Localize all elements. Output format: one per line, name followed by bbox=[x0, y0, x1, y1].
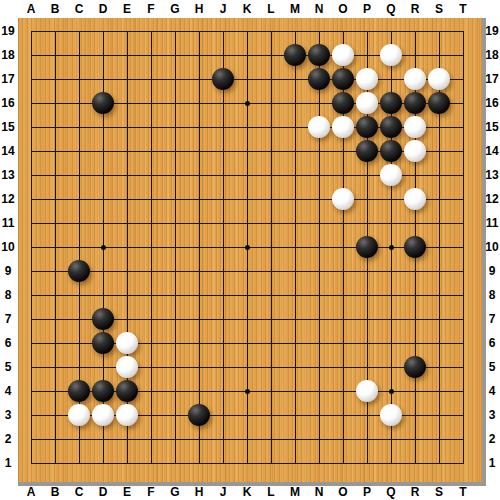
black-stone-P14[interactable] bbox=[356, 140, 378, 162]
white-stone-E5[interactable] bbox=[116, 356, 138, 378]
black-stone-D4[interactable] bbox=[92, 380, 114, 402]
black-stone-P10[interactable] bbox=[356, 236, 378, 258]
col-label-bottom-R: R bbox=[403, 484, 427, 500]
row-label-left-5: 5 bbox=[0, 358, 16, 376]
white-stone-Q13[interactable] bbox=[380, 164, 402, 186]
row-label-right-4: 4 bbox=[484, 382, 500, 400]
col-label-top-Q: Q bbox=[379, 1, 403, 17]
black-stone-D6[interactable] bbox=[92, 332, 114, 354]
row-label-right-13: 13 bbox=[484, 166, 500, 184]
row-label-left-6: 6 bbox=[0, 334, 16, 352]
black-stone-C9[interactable] bbox=[68, 260, 90, 282]
white-stone-E6[interactable] bbox=[116, 332, 138, 354]
black-stone-Q16[interactable] bbox=[380, 92, 402, 114]
black-stone-R10[interactable] bbox=[404, 236, 426, 258]
row-label-left-14: 14 bbox=[0, 142, 16, 160]
row-label-right-16: 16 bbox=[484, 94, 500, 112]
white-stone-P17[interactable] bbox=[356, 68, 378, 90]
row-label-right-14: 14 bbox=[484, 142, 500, 160]
row-label-left-18: 18 bbox=[0, 46, 16, 64]
goban[interactable] bbox=[19, 19, 475, 475]
col-label-top-L: L bbox=[259, 1, 283, 17]
black-stone-N17[interactable] bbox=[308, 68, 330, 90]
white-stone-E3[interactable] bbox=[116, 404, 138, 426]
col-label-top-E: E bbox=[115, 1, 139, 17]
white-stone-P16[interactable] bbox=[356, 92, 378, 114]
col-label-top-H: H bbox=[187, 1, 211, 17]
row-label-right-1: 1 bbox=[484, 454, 500, 472]
white-stone-R17[interactable] bbox=[404, 68, 426, 90]
col-label-bottom-S: S bbox=[427, 484, 451, 500]
white-stone-D3[interactable] bbox=[92, 404, 114, 426]
star-point-Q10 bbox=[389, 245, 394, 250]
col-label-bottom-T: T bbox=[451, 484, 475, 500]
row-label-left-16: 16 bbox=[0, 94, 16, 112]
row-label-left-11: 11 bbox=[0, 214, 16, 232]
white-stone-R15[interactable] bbox=[404, 116, 426, 138]
white-stone-Q3[interactable] bbox=[380, 404, 402, 426]
row-label-left-15: 15 bbox=[0, 118, 16, 136]
row-label-right-6: 6 bbox=[484, 334, 500, 352]
col-label-bottom-M: M bbox=[283, 484, 307, 500]
star-point-Q4 bbox=[389, 389, 394, 394]
star-point-D10 bbox=[101, 245, 106, 250]
col-label-bottom-C: C bbox=[67, 484, 91, 500]
col-label-top-S: S bbox=[427, 1, 451, 17]
star-point-K4 bbox=[245, 389, 250, 394]
star-point-K16 bbox=[245, 101, 250, 106]
black-stone-R5[interactable] bbox=[404, 356, 426, 378]
go-board-screen: ABCDEFGHJKLMNOPQRST ABCDEFGHJKLMNOPQRST … bbox=[0, 0, 500, 500]
col-label-top-B: B bbox=[43, 1, 67, 17]
black-stone-P15[interactable] bbox=[356, 116, 378, 138]
col-label-bottom-G: G bbox=[163, 484, 187, 500]
white-stone-O18[interactable] bbox=[332, 44, 354, 66]
col-label-bottom-O: O bbox=[331, 484, 355, 500]
black-stone-Q14[interactable] bbox=[380, 140, 402, 162]
white-stone-Q18[interactable] bbox=[380, 44, 402, 66]
white-stone-O15[interactable] bbox=[332, 116, 354, 138]
white-stone-P4[interactable] bbox=[356, 380, 378, 402]
col-label-top-P: P bbox=[355, 1, 379, 17]
row-label-right-10: 10 bbox=[484, 238, 500, 256]
black-stone-R16[interactable] bbox=[404, 92, 426, 114]
row-label-left-13: 13 bbox=[0, 166, 16, 184]
col-label-top-O: O bbox=[331, 1, 355, 17]
col-label-bottom-F: F bbox=[139, 484, 163, 500]
row-label-right-11: 11 bbox=[484, 214, 500, 232]
black-stone-H3[interactable] bbox=[188, 404, 210, 426]
row-label-left-8: 8 bbox=[0, 286, 16, 304]
col-label-bottom-H: H bbox=[187, 484, 211, 500]
row-label-right-15: 15 bbox=[484, 118, 500, 136]
row-label-left-7: 7 bbox=[0, 310, 16, 328]
col-label-top-A: A bbox=[19, 1, 43, 17]
row-label-right-7: 7 bbox=[484, 310, 500, 328]
col-label-bottom-K: K bbox=[235, 484, 259, 500]
col-label-bottom-B: B bbox=[43, 484, 67, 500]
white-stone-O12[interactable] bbox=[332, 188, 354, 210]
row-label-right-19: 19 bbox=[484, 22, 500, 40]
col-label-bottom-D: D bbox=[91, 484, 115, 500]
row-label-right-8: 8 bbox=[484, 286, 500, 304]
black-stone-E4[interactable] bbox=[116, 380, 138, 402]
col-label-top-M: M bbox=[283, 1, 307, 17]
black-stone-M18[interactable] bbox=[284, 44, 306, 66]
row-label-right-12: 12 bbox=[484, 190, 500, 208]
col-label-top-T: T bbox=[451, 1, 475, 17]
col-label-top-G: G bbox=[163, 1, 187, 17]
row-label-left-4: 4 bbox=[0, 382, 16, 400]
white-stone-C3[interactable] bbox=[68, 404, 90, 426]
col-label-bottom-P: P bbox=[355, 484, 379, 500]
black-stone-S16[interactable] bbox=[428, 92, 450, 114]
star-point-K10 bbox=[245, 245, 250, 250]
board bbox=[18, 18, 486, 486]
col-label-top-F: F bbox=[139, 1, 163, 17]
black-stone-D7[interactable] bbox=[92, 308, 114, 330]
black-stone-Q15[interactable] bbox=[380, 116, 402, 138]
white-stone-N15[interactable] bbox=[308, 116, 330, 138]
white-stone-R12[interactable] bbox=[404, 188, 426, 210]
row-label-left-17: 17 bbox=[0, 70, 16, 88]
black-stone-O17[interactable] bbox=[332, 68, 354, 90]
col-label-bottom-E: E bbox=[115, 484, 139, 500]
row-label-right-18: 18 bbox=[484, 46, 500, 64]
black-stone-N18[interactable] bbox=[308, 44, 330, 66]
row-label-right-17: 17 bbox=[484, 70, 500, 88]
col-label-top-J: J bbox=[211, 1, 235, 17]
row-label-left-10: 10 bbox=[0, 238, 16, 256]
white-stone-S17[interactable] bbox=[428, 68, 450, 90]
black-stone-O16[interactable] bbox=[332, 92, 354, 114]
col-label-top-D: D bbox=[91, 1, 115, 17]
col-label-top-C: C bbox=[67, 1, 91, 17]
black-stone-J17[interactable] bbox=[212, 68, 234, 90]
col-label-bottom-A: A bbox=[19, 484, 43, 500]
row-label-left-9: 9 bbox=[0, 262, 16, 280]
row-label-right-9: 9 bbox=[484, 262, 500, 280]
row-label-left-12: 12 bbox=[0, 190, 16, 208]
row-label-left-1: 1 bbox=[0, 454, 16, 472]
row-label-left-3: 3 bbox=[0, 406, 16, 424]
col-label-bottom-Q: Q bbox=[379, 484, 403, 500]
white-stone-R14[interactable] bbox=[404, 140, 426, 162]
col-label-top-R: R bbox=[403, 1, 427, 17]
col-label-bottom-J: J bbox=[211, 484, 235, 500]
col-label-bottom-L: L bbox=[259, 484, 283, 500]
row-label-left-2: 2 bbox=[0, 430, 16, 448]
row-label-right-2: 2 bbox=[484, 430, 500, 448]
col-label-bottom-N: N bbox=[307, 484, 331, 500]
row-label-right-5: 5 bbox=[484, 358, 500, 376]
col-label-top-K: K bbox=[235, 1, 259, 17]
row-label-right-3: 3 bbox=[484, 406, 500, 424]
row-label-left-19: 19 bbox=[0, 22, 16, 40]
black-stone-D16[interactable] bbox=[92, 92, 114, 114]
col-label-top-N: N bbox=[307, 1, 331, 17]
black-stone-C4[interactable] bbox=[68, 380, 90, 402]
